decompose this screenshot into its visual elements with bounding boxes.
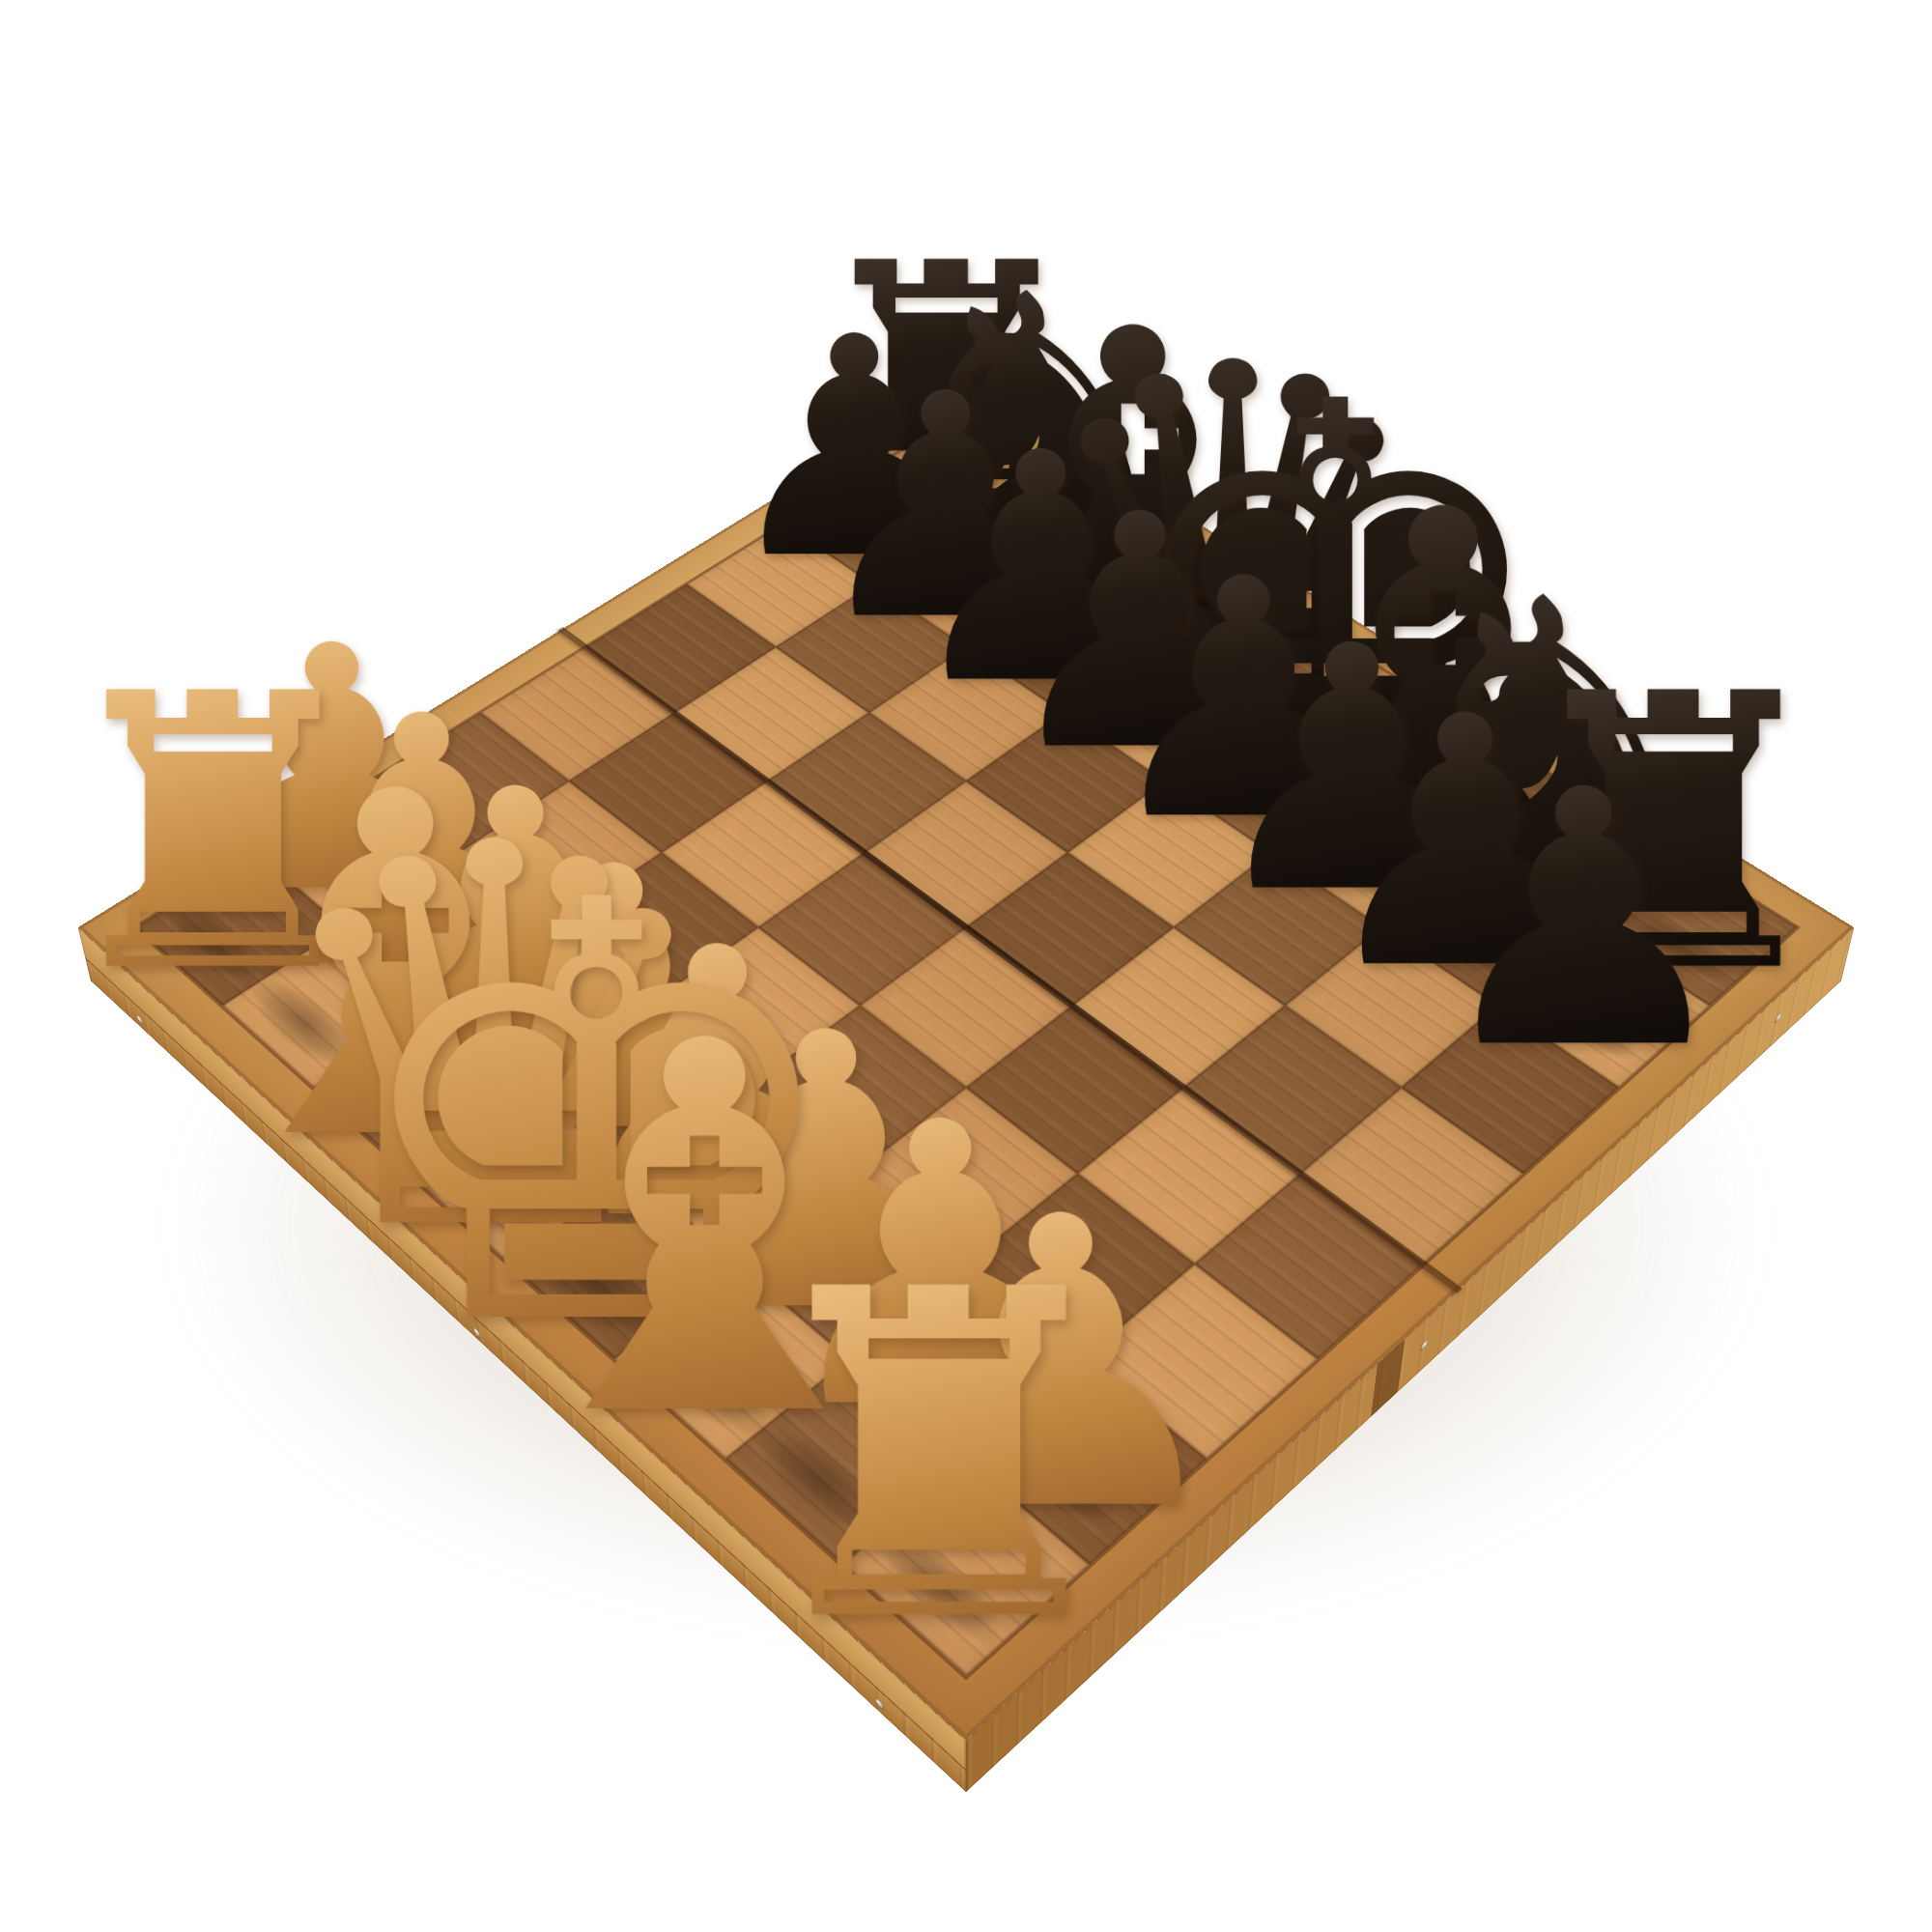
piece-black-pawn: ♟ [1425, 745, 1741, 1097]
screw-icon [1421, 1340, 1428, 1351]
product-photo-scene: ♜♞♝♛♚♝♞♜♟♟♟♟♟♟♟♟♟♟♟♟♟♟♟♟♜♞♝♛♚♝♞♜ [0, 0, 1932, 1932]
screw-icon [1776, 1012, 1782, 1023]
piece-white-rook: ♜ [736, 1232, 1141, 1683]
perspective-stage: ♜♞♝♛♚♝♞♜♟♟♟♟♟♟♟♟♟♟♟♟♟♟♟♟♜♞♝♛♚♝♞♜ [0, 0, 1932, 1932]
chess-board: ♜♞♝♛♚♝♞♜♟♟♟♟♟♟♟♟♟♟♟♟♟♟♟♟♜♞♝♛♚♝♞♜ [78, 381, 1854, 1741]
